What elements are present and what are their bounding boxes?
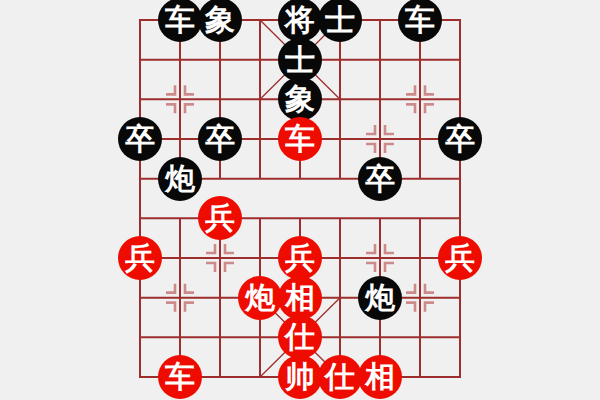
piece-red-advisor[interactable]: 仕 [318, 355, 362, 399]
piece-black-soldier[interactable]: 卒 [118, 117, 162, 161]
piece-black-cannon[interactable]: 炮 [358, 276, 402, 320]
piece-red-elephant[interactable]: 相 [358, 355, 402, 399]
piece-black-advisor[interactable]: 士 [318, 0, 362, 42]
app-background: 车象将士车士象卒卒车卒炮卒兵兵兵兵炮相炮仕车帅仕相 [0, 0, 600, 400]
piece-red-cannon[interactable]: 炮 [238, 276, 282, 320]
piece-black-general[interactable]: 将 [278, 0, 322, 42]
piece-black-advisor[interactable]: 士 [278, 38, 322, 82]
piece-black-chariot[interactable]: 车 [158, 0, 202, 42]
piece-red-soldier[interactable]: 兵 [438, 236, 482, 280]
piece-red-chariot[interactable]: 车 [158, 355, 202, 399]
piece-red-soldier[interactable]: 兵 [118, 236, 162, 280]
piece-red-general[interactable]: 帅 [278, 355, 322, 399]
piece-red-soldier[interactable]: 兵 [198, 196, 242, 240]
piece-black-cannon[interactable]: 炮 [158, 157, 202, 201]
piece-black-chariot[interactable]: 车 [398, 0, 442, 42]
piece-black-soldier[interactable]: 卒 [358, 157, 402, 201]
piece-black-elephant[interactable]: 象 [198, 0, 242, 42]
piece-red-advisor[interactable]: 仕 [278, 315, 322, 359]
piece-black-elephant[interactable]: 象 [278, 77, 322, 121]
piece-black-soldier[interactable]: 卒 [198, 117, 242, 161]
piece-black-soldier[interactable]: 卒 [438, 117, 482, 161]
piece-red-soldier[interactable]: 兵 [278, 236, 322, 280]
piece-red-chariot[interactable]: 车 [278, 117, 322, 161]
piece-red-elephant[interactable]: 相 [278, 276, 322, 320]
xiangqi-board[interactable]: 车象将士车士象卒卒车卒炮卒兵兵兵兵炮相炮仕车帅仕相 [0, 0, 600, 400]
